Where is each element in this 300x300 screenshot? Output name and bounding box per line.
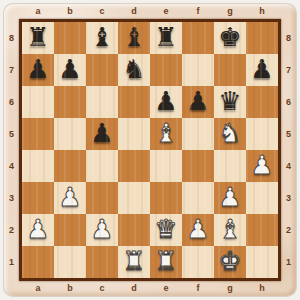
white-pawn-a2[interactable]: ♟ <box>22 214 54 246</box>
rank-label-3-right: 3 <box>282 182 295 214</box>
black-pawn-e6[interactable]: ♟ <box>150 86 182 118</box>
square-e7[interactable] <box>150 54 182 86</box>
white-king-g1[interactable]: ♚ <box>214 246 246 278</box>
file-label-h-top: h <box>246 5 278 18</box>
square-h4[interactable]: ♟ <box>246 150 278 182</box>
square-b6[interactable] <box>54 86 86 118</box>
black-pawn-b7[interactable]: ♟ <box>54 54 86 86</box>
square-d3[interactable] <box>118 182 150 214</box>
file-label-a-top: a <box>22 5 54 18</box>
file-label-e-top: e <box>150 5 182 18</box>
white-pawn-c2[interactable]: ♟ <box>86 214 118 246</box>
white-pawn-h4[interactable]: ♟ <box>246 150 278 182</box>
square-d4[interactable] <box>118 150 150 182</box>
file-label-d-bottom: d <box>118 282 150 295</box>
square-f7[interactable] <box>182 54 214 86</box>
file-label-e-bottom: e <box>150 282 182 295</box>
rank-label-6-right: 6 <box>282 86 295 118</box>
rank-label-8-left: 8 <box>5 22 18 54</box>
square-h7[interactable]: ♟ <box>246 54 278 86</box>
square-e3[interactable] <box>150 182 182 214</box>
square-e4[interactable] <box>150 150 182 182</box>
square-e5[interactable]: ♝ <box>150 118 182 150</box>
black-pawn-a7[interactable]: ♟ <box>22 54 54 86</box>
square-c1[interactable] <box>86 246 118 278</box>
square-a6[interactable] <box>22 86 54 118</box>
file-label-a-bottom: a <box>22 282 54 295</box>
rank-label-1-right: 1 <box>282 246 295 278</box>
black-pawn-f6[interactable]: ♟ <box>182 86 214 118</box>
square-d2[interactable] <box>118 214 150 246</box>
square-b5[interactable] <box>54 118 86 150</box>
rank-label-2-right: 2 <box>282 214 295 246</box>
square-d6[interactable] <box>118 86 150 118</box>
file-label-c-bottom: c <box>86 282 118 295</box>
square-c4[interactable] <box>86 150 118 182</box>
black-king-g8[interactable]: ♚ <box>214 22 246 54</box>
square-a1[interactable] <box>22 246 54 278</box>
square-a8[interactable]: ♜ <box>22 22 54 54</box>
square-c8[interactable]: ♝ <box>86 22 118 54</box>
square-g5[interactable]: ♞ <box>214 118 246 150</box>
square-a4[interactable] <box>22 150 54 182</box>
square-f5[interactable] <box>182 118 214 150</box>
board-grid: ♜♝♝♜♚♟♟♞♟♟♟♛♟♝♞♟♟♟♟♟♛♟♝♜♜♚ <box>19 19 281 281</box>
square-b7[interactable]: ♟ <box>54 54 86 86</box>
square-g1[interactable]: ♚ <box>214 246 246 278</box>
square-d8[interactable]: ♝ <box>118 22 150 54</box>
square-a7[interactable]: ♟ <box>22 54 54 86</box>
square-g6[interactable]: ♛ <box>214 86 246 118</box>
square-g2[interactable]: ♝ <box>214 214 246 246</box>
square-f8[interactable] <box>182 22 214 54</box>
rank-label-7-right: 7 <box>282 54 295 86</box>
square-d1[interactable]: ♜ <box>118 246 150 278</box>
rank-label-6-left: 6 <box>5 86 18 118</box>
square-b2[interactable] <box>54 214 86 246</box>
square-e2[interactable]: ♛ <box>150 214 182 246</box>
rank-label-7-left: 7 <box>5 54 18 86</box>
rank-label-4-left: 4 <box>5 150 18 182</box>
square-a5[interactable] <box>22 118 54 150</box>
white-rook-e1[interactable]: ♜ <box>150 246 182 278</box>
file-label-b-bottom: b <box>54 282 86 295</box>
square-c2[interactable]: ♟ <box>86 214 118 246</box>
file-label-b-top: b <box>54 5 86 18</box>
file-label-g-bottom: g <box>214 282 246 295</box>
black-bishop-d8[interactable]: ♝ <box>118 22 150 54</box>
white-queen-e2[interactable]: ♛ <box>150 214 182 246</box>
square-c6[interactable] <box>86 86 118 118</box>
file-label-c-top: c <box>86 5 118 18</box>
square-e8[interactable]: ♜ <box>150 22 182 54</box>
rank-label-2-left: 2 <box>5 214 18 246</box>
square-b3[interactable]: ♟ <box>54 182 86 214</box>
square-b4[interactable] <box>54 150 86 182</box>
square-h6[interactable] <box>246 86 278 118</box>
square-h2[interactable] <box>246 214 278 246</box>
square-f3[interactable] <box>182 182 214 214</box>
rank-label-3-left: 3 <box>5 182 18 214</box>
square-e1[interactable]: ♜ <box>150 246 182 278</box>
board-frame: ♜♝♝♜♚♟♟♞♟♟♟♛♟♝♞♟♟♟♟♟♛♟♝♜♜♚ aabbccddeeffg… <box>4 4 296 296</box>
white-pawn-b3[interactable]: ♟ <box>54 182 86 214</box>
square-d5[interactable] <box>118 118 150 150</box>
square-a3[interactable] <box>22 182 54 214</box>
file-label-f-bottom: f <box>182 282 214 295</box>
square-e6[interactable]: ♟ <box>150 86 182 118</box>
white-bishop-g2[interactable]: ♝ <box>214 214 246 246</box>
black-rook-a8[interactable]: ♜ <box>22 22 54 54</box>
file-label-f-top: f <box>182 5 214 18</box>
square-c3[interactable] <box>86 182 118 214</box>
white-pawn-f2[interactable]: ♟ <box>182 214 214 246</box>
white-knight-g5[interactable]: ♞ <box>214 118 246 150</box>
rank-label-4-right: 4 <box>282 150 295 182</box>
rank-label-5-left: 5 <box>5 118 18 150</box>
black-queen-g6[interactable]: ♛ <box>214 86 246 118</box>
white-bishop-e5[interactable]: ♝ <box>150 118 182 150</box>
square-h8[interactable] <box>246 22 278 54</box>
black-bishop-c8[interactable]: ♝ <box>86 22 118 54</box>
square-f4[interactable] <box>182 150 214 182</box>
rank-label-5-right: 5 <box>282 118 295 150</box>
file-label-h-bottom: h <box>246 282 278 295</box>
square-c7[interactable] <box>86 54 118 86</box>
black-pawn-h7[interactable]: ♟ <box>246 54 278 86</box>
square-b8[interactable] <box>54 22 86 54</box>
square-b1[interactable] <box>54 246 86 278</box>
square-g8[interactable]: ♚ <box>214 22 246 54</box>
file-label-d-top: d <box>118 5 150 18</box>
square-f1[interactable] <box>182 246 214 278</box>
square-h1[interactable] <box>246 246 278 278</box>
square-f2[interactable]: ♟ <box>182 214 214 246</box>
rank-label-1-left: 1 <box>5 246 18 278</box>
white-rook-d1[interactable]: ♜ <box>118 246 150 278</box>
rank-label-8-right: 8 <box>282 22 295 54</box>
file-label-g-top: g <box>214 5 246 18</box>
square-g3[interactable]: ♟ <box>214 182 246 214</box>
black-knight-d7[interactable]: ♞ <box>118 54 150 86</box>
square-a2[interactable]: ♟ <box>22 214 54 246</box>
square-c5[interactable]: ♟ <box>86 118 118 150</box>
white-pawn-g3[interactable]: ♟ <box>214 182 246 214</box>
square-g7[interactable] <box>214 54 246 86</box>
black-rook-e8[interactable]: ♜ <box>150 22 182 54</box>
square-g4[interactable] <box>214 150 246 182</box>
square-h3[interactable] <box>246 182 278 214</box>
black-pawn-c5[interactable]: ♟ <box>86 118 118 150</box>
square-d7[interactable]: ♞ <box>118 54 150 86</box>
square-h5[interactable] <box>246 118 278 150</box>
square-f6[interactable]: ♟ <box>182 86 214 118</box>
